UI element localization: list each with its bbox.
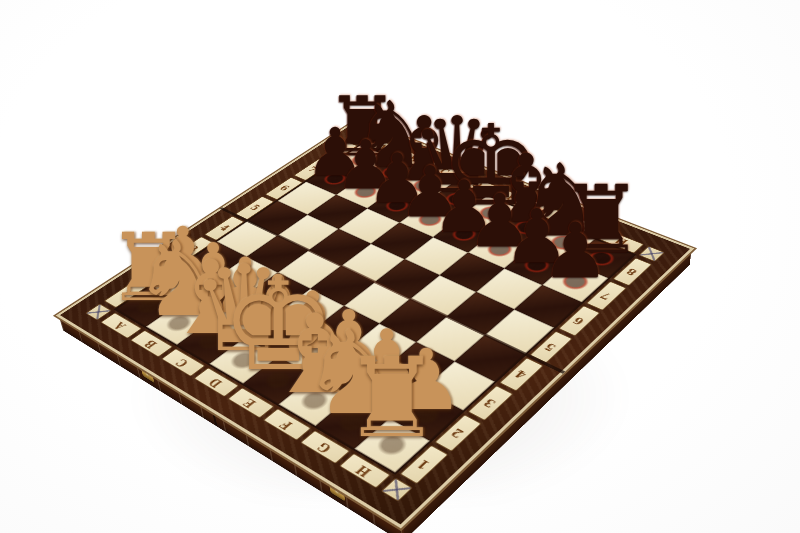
piece-white-rook-h1[interactable]: ♜ xyxy=(322,291,462,451)
rank-label-right-5-text: 5 xyxy=(544,342,559,352)
box-side-seam xyxy=(211,408,217,427)
clasp-icon xyxy=(329,482,345,502)
file-label-near-h-text: H xyxy=(355,463,375,477)
rank-label-right-6-text: 6 xyxy=(572,316,587,326)
piece-black-pawn-h7[interactable]: ♟ xyxy=(505,128,645,288)
rank-label-right-4-text: 4 xyxy=(514,369,529,380)
photo-stage: AA88BB77CC66DD55EE44FF33GG22HH11 ♜♞♟♝♟♛♟… xyxy=(0,0,800,533)
corner-plaque xyxy=(381,478,413,502)
clasp-icon xyxy=(140,366,154,383)
